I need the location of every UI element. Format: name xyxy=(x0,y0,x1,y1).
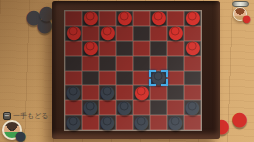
undo-move-hint[interactable]: − 一手もどる xyxy=(3,112,49,120)
minus-button-icon[interactable]: − xyxy=(3,112,11,120)
square-r3c4[interactable] xyxy=(116,41,133,56)
black-piece[interactable]: ● xyxy=(117,98,133,116)
square-r3c8[interactable]: ● xyxy=(184,41,201,56)
square-r6c6[interactable] xyxy=(150,85,167,100)
square-r5c6[interactable]: ● xyxy=(150,71,167,86)
red-piece[interactable]: ● xyxy=(185,9,201,27)
square-r7c2[interactable]: ● xyxy=(82,100,99,115)
checkers-board: ●●●●●●●●●●●●●●●●●●●● xyxy=(52,1,220,139)
game-scene: ●●●●●●●●●●●●●●●●●●●● ●●● ●● − 一手もどる ● ● xyxy=(0,0,254,142)
square-r6c1[interactable]: ● xyxy=(65,85,82,100)
red-piece[interactable]: ● xyxy=(168,24,184,42)
square-r2c7[interactable]: ● xyxy=(167,26,184,41)
square-r3c5[interactable] xyxy=(133,41,150,56)
square-r6c5[interactable]: ● xyxy=(133,85,150,100)
square-r2c5[interactable] xyxy=(133,26,150,41)
square-r8c5[interactable]: ● xyxy=(133,115,150,130)
red-player-avatar: ● xyxy=(233,7,247,21)
square-r8c7[interactable]: ● xyxy=(167,115,184,130)
black-piece[interactable]: ● xyxy=(185,98,201,116)
square-r4c4[interactable] xyxy=(116,56,133,71)
square-r5c4[interactable] xyxy=(116,71,133,86)
board-grid: ●●●●●●●●●●●●●●●●●●●● xyxy=(64,10,202,131)
red-piece[interactable]: ● xyxy=(83,38,99,56)
red-piece[interactable]: ● xyxy=(117,9,133,27)
square-r4c7[interactable] xyxy=(167,56,184,71)
square-r2c6[interactable] xyxy=(150,26,167,41)
square-r7c4[interactable]: ● xyxy=(116,100,133,115)
square-r7c6[interactable] xyxy=(150,100,167,115)
black-player-avatar: ● xyxy=(2,120,22,140)
square-r3c6[interactable] xyxy=(150,41,167,56)
black-piece[interactable]: ● xyxy=(100,83,116,101)
square-r8c6[interactable] xyxy=(150,115,167,130)
square-r1c2[interactable]: ● xyxy=(82,11,99,26)
square-r4c1[interactable] xyxy=(65,56,82,71)
black-piece[interactable]: ● xyxy=(83,98,99,116)
red-piece[interactable]: ● xyxy=(100,24,116,42)
square-r1c4[interactable]: ● xyxy=(116,11,133,26)
square-r8c8[interactable] xyxy=(184,115,201,130)
square-r2c4[interactable] xyxy=(116,26,133,41)
black-piece[interactable]: ● xyxy=(100,113,116,131)
square-r2c3[interactable]: ● xyxy=(99,26,116,41)
red-checker-badge: ● xyxy=(243,15,250,22)
square-r8c1[interactable]: ● xyxy=(65,115,82,130)
square-r4c2[interactable] xyxy=(82,56,99,71)
red-piece[interactable]: ● xyxy=(151,9,167,27)
square-r7c8[interactable]: ● xyxy=(184,100,201,115)
square-r1c5[interactable] xyxy=(133,11,150,26)
red-piece[interactable]: ● xyxy=(66,24,82,42)
square-r1c6[interactable]: ● xyxy=(150,11,167,26)
square-r3c7[interactable] xyxy=(167,41,184,56)
square-r4c8[interactable] xyxy=(184,56,201,71)
square-r1c8[interactable]: ● xyxy=(184,11,201,26)
square-r6c3[interactable]: ● xyxy=(99,85,116,100)
captured-red-piece: ● xyxy=(233,112,246,125)
square-r3c1[interactable] xyxy=(65,41,82,56)
square-r5c8[interactable] xyxy=(184,71,201,86)
square-r8c2[interactable] xyxy=(82,115,99,130)
red-piece[interactable]: ● xyxy=(134,83,150,101)
square-r6c7[interactable] xyxy=(167,85,184,100)
square-r8c4[interactable] xyxy=(116,115,133,130)
black-checker-badge: ● xyxy=(16,131,25,140)
square-r2c1[interactable]: ● xyxy=(65,26,82,41)
red-piece[interactable]: ● xyxy=(185,38,201,56)
black-piece[interactable]: ● xyxy=(151,68,167,86)
square-r8c3[interactable]: ● xyxy=(99,115,116,130)
black-piece[interactable]: ● xyxy=(66,113,82,131)
square-r5c7[interactable] xyxy=(167,71,184,86)
square-r3c3[interactable] xyxy=(99,41,116,56)
black-piece[interactable]: ● xyxy=(66,83,82,101)
square-r3c2[interactable]: ● xyxy=(82,41,99,56)
black-piece[interactable]: ● xyxy=(168,113,184,131)
undo-move-label: 一手もどる xyxy=(13,112,49,120)
square-r4c3[interactable] xyxy=(99,56,116,71)
black-piece[interactable]: ● xyxy=(134,113,150,131)
square-r5c2[interactable] xyxy=(82,71,99,86)
square-r4c5[interactable] xyxy=(133,56,150,71)
red-piece[interactable]: ● xyxy=(83,9,99,27)
